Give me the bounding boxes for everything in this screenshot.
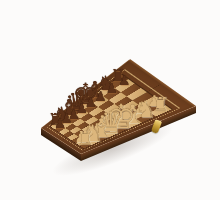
- piece-black-pawn-h7: ♟: [118, 74, 130, 88]
- piece-black-pawn-g7: ♟: [106, 83, 118, 97]
- piece-black-pawn-a7: ♟: [54, 117, 66, 131]
- piece-white-rook-a1: ♜: [77, 129, 94, 148]
- product-photo: ♜♞♝♛♚♝♞♜♟♟♟♟♟♟♟♟♟♟♟♟♟♟♟♟♜♞♝♛♚♝♞♜: [0, 0, 220, 200]
